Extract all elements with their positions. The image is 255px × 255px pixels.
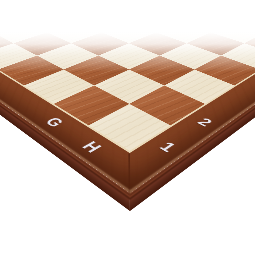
chessboard-corner-photo: GH12 — [0, 0, 255, 255]
frame-miter-joint — [128, 154, 130, 194]
rank-label-1: 1 — [156, 140, 178, 154]
chess-board: GH12 — [0, 0, 255, 193]
file-label-g: G — [42, 116, 66, 130]
rank-label-2: 2 — [195, 116, 215, 128]
file-label-h: H — [79, 139, 105, 155]
